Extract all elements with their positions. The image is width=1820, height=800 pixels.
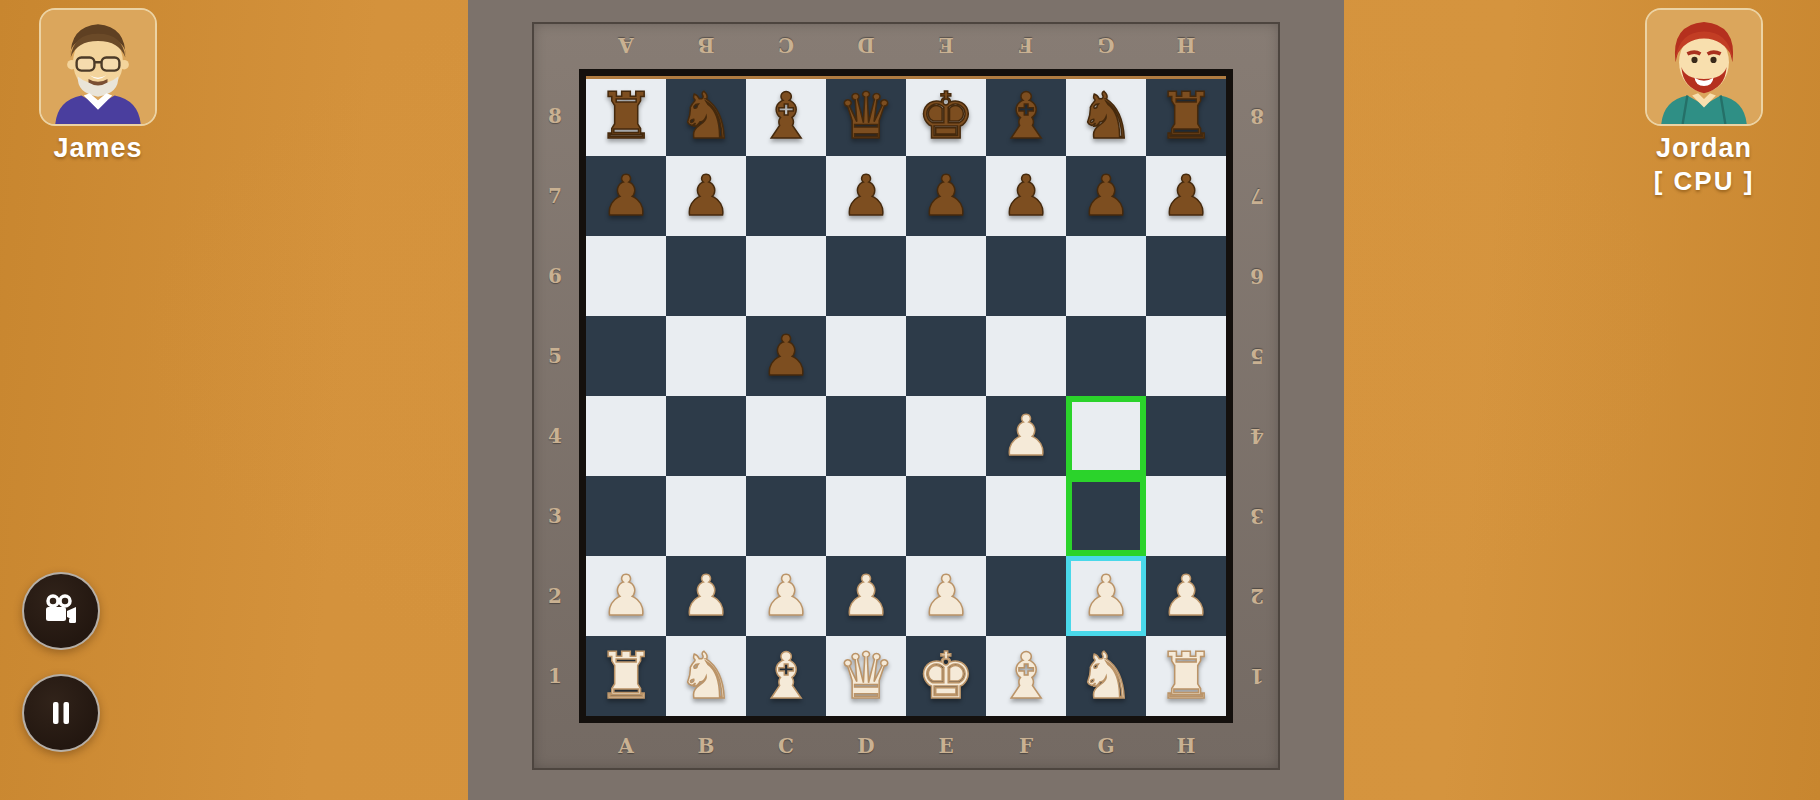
square-c3[interactable] — [746, 476, 826, 556]
square-d7[interactable]: ♟ — [826, 156, 906, 236]
piece-black-pawn: ♟ — [1081, 157, 1131, 235]
board-frame: ♜♞♝♛♚♝♞♜♟♟♟♟♟♟♟♟♟♟♟♟♟♟♟♟♜♞♝♛♚♝♞♜ AABBCCD… — [468, 0, 1344, 800]
piece-black-pawn: ♟ — [1161, 157, 1211, 235]
square-b8[interactable]: ♞ — [666, 76, 746, 156]
rank-label-left-3: 3 — [548, 504, 562, 528]
square-b6[interactable] — [666, 236, 746, 316]
rank-label-left-8: 8 — [548, 104, 562, 128]
square-b7[interactable]: ♟ — [666, 156, 746, 236]
rank-label-left-2: 2 — [548, 584, 562, 608]
square-f1[interactable]: ♝ — [986, 636, 1066, 716]
square-c7[interactable] — [746, 156, 826, 236]
file-label-bottom-C: C — [778, 734, 794, 758]
piece-white-pawn: ♟ — [841, 557, 891, 635]
square-h7[interactable]: ♟ — [1146, 156, 1226, 236]
square-g8[interactable]: ♞ — [1066, 76, 1146, 156]
rank-label-right-8: 8 — [1250, 104, 1264, 128]
square-f6[interactable] — [986, 236, 1066, 316]
piece-white-bishop: ♝ — [997, 637, 1054, 715]
square-g2[interactable]: ♟ — [1066, 556, 1146, 636]
rank-label-left-5: 5 — [548, 344, 562, 368]
square-g1[interactable]: ♞ — [1066, 636, 1146, 716]
movie-camera-icon — [42, 594, 80, 628]
piece-black-rook: ♜ — [1157, 77, 1214, 155]
square-h5[interactable] — [1146, 316, 1226, 396]
file-label-top-F: F — [1019, 33, 1033, 57]
file-label-top-H: H — [1177, 33, 1196, 57]
file-label-bottom-F: F — [1019, 734, 1033, 758]
square-d5[interactable] — [826, 316, 906, 396]
file-label-top-E: E — [938, 33, 953, 57]
file-label-top-B: B — [698, 33, 715, 57]
square-h6[interactable] — [1146, 236, 1226, 316]
square-d1[interactable]: ♛ — [826, 636, 906, 716]
board: ♜♞♝♛♚♝♞♜♟♟♟♟♟♟♟♟♟♟♟♟♟♟♟♟♜♞♝♛♚♝♞♜ — [586, 76, 1226, 716]
square-d3[interactable] — [826, 476, 906, 556]
piece-black-rook: ♜ — [597, 77, 654, 155]
piece-black-pawn: ♟ — [921, 157, 971, 235]
square-f4[interactable]: ♟ — [986, 396, 1066, 476]
file-label-bottom-B: B — [698, 734, 715, 758]
square-f2[interactable] — [986, 556, 1066, 636]
piece-white-pawn: ♟ — [921, 557, 971, 635]
file-label-top-A: A — [618, 33, 634, 57]
rank-label-right-7: 7 — [1250, 184, 1264, 208]
piece-white-king: ♚ — [917, 637, 974, 715]
square-c4[interactable] — [746, 396, 826, 476]
piece-black-bishop: ♝ — [997, 77, 1054, 155]
rank-label-right-1: 1 — [1250, 664, 1264, 688]
square-d8[interactable]: ♛ — [826, 76, 906, 156]
square-f3[interactable] — [986, 476, 1066, 556]
rank-label-left-1: 1 — [548, 664, 562, 688]
piece-black-pawn: ♟ — [601, 157, 651, 235]
jordan-avatar — [1645, 8, 1763, 126]
square-c1[interactable]: ♝ — [746, 636, 826, 716]
piece-black-king: ♚ — [917, 77, 974, 155]
piece-white-pawn: ♟ — [761, 557, 811, 635]
square-d4[interactable] — [826, 396, 906, 476]
piece-black-knight: ♞ — [1077, 77, 1134, 155]
square-g5[interactable] — [1066, 316, 1146, 396]
rank-label-left-7: 7 — [548, 184, 562, 208]
record-video-button[interactable] — [22, 572, 100, 650]
rank-label-right-2: 2 — [1250, 584, 1264, 608]
piece-white-knight: ♞ — [677, 637, 734, 715]
board-top-accent-line — [586, 76, 1226, 79]
square-b3[interactable] — [666, 476, 746, 556]
piece-white-queen: ♛ — [837, 637, 894, 715]
square-c5[interactable]: ♟ — [746, 316, 826, 396]
player-cpu-tag: [ CPU ] — [1634, 166, 1774, 197]
square-a8[interactable]: ♜ — [586, 76, 666, 156]
file-label-bottom-E: E — [938, 734, 953, 758]
square-g7[interactable]: ♟ — [1066, 156, 1146, 236]
player-panel-left: James — [28, 8, 168, 164]
square-h3[interactable] — [1146, 476, 1226, 556]
man-glasses-white-beard-avatar-icon — [41, 10, 155, 124]
square-f5[interactable] — [986, 316, 1066, 396]
piece-black-bishop: ♝ — [757, 77, 814, 155]
file-label-bottom-H: H — [1177, 734, 1196, 758]
file-label-top-D: D — [857, 33, 874, 57]
file-label-bottom-A: A — [618, 734, 634, 758]
square-h1[interactable]: ♜ — [1146, 636, 1226, 716]
file-label-bottom-G: G — [1097, 734, 1114, 758]
square-a1[interactable]: ♜ — [586, 636, 666, 716]
square-e3[interactable] — [906, 476, 986, 556]
man-red-beard-avatar-icon — [1647, 10, 1761, 124]
square-d2[interactable]: ♟ — [826, 556, 906, 636]
file-label-top-G: G — [1097, 33, 1114, 57]
piece-black-pawn: ♟ — [841, 157, 891, 235]
square-e5[interactable] — [906, 316, 986, 396]
square-e2[interactable]: ♟ — [906, 556, 986, 636]
square-c6[interactable] — [746, 236, 826, 316]
square-e6[interactable] — [906, 236, 986, 316]
square-a6[interactable] — [586, 236, 666, 316]
square-a7[interactable]: ♟ — [586, 156, 666, 236]
square-a4[interactable] — [586, 396, 666, 476]
square-g3[interactable] — [1066, 476, 1146, 556]
player-name-left: James — [28, 133, 168, 164]
square-b5[interactable] — [666, 316, 746, 396]
player-name-right: Jordan — [1634, 133, 1774, 164]
square-e1[interactable]: ♚ — [906, 636, 986, 716]
square-a2[interactable]: ♟ — [586, 556, 666, 636]
rank-label-right-3: 3 — [1250, 504, 1264, 528]
piece-white-pawn: ♟ — [681, 557, 731, 635]
square-b1[interactable]: ♞ — [666, 636, 746, 716]
square-e4[interactable] — [906, 396, 986, 476]
square-g4[interactable] — [1066, 396, 1146, 476]
rank-label-right-6: 6 — [1250, 264, 1264, 288]
james-avatar — [39, 8, 157, 126]
square-e8[interactable]: ♚ — [906, 76, 986, 156]
piece-black-pawn: ♟ — [681, 157, 731, 235]
board-border: ♜♞♝♛♚♝♞♜♟♟♟♟♟♟♟♟♟♟♟♟♟♟♟♟♜♞♝♛♚♝♞♜ — [579, 69, 1233, 723]
piece-white-pawn: ♟ — [1001, 397, 1051, 475]
square-h8[interactable]: ♜ — [1146, 76, 1226, 156]
square-a5[interactable] — [586, 316, 666, 396]
piece-black-knight: ♞ — [677, 77, 734, 155]
game-screen: James Jordan [ CPU ] — [0, 0, 1820, 800]
square-e7[interactable]: ♟ — [906, 156, 986, 236]
square-b4[interactable] — [666, 396, 746, 476]
piece-black-pawn: ♟ — [1001, 157, 1051, 235]
square-h2[interactable]: ♟ — [1146, 556, 1226, 636]
player-panel-right: Jordan [ CPU ] — [1634, 8, 1774, 197]
square-c8[interactable]: ♝ — [746, 76, 826, 156]
piece-white-pawn: ♟ — [1081, 557, 1131, 635]
square-a3[interactable] — [586, 476, 666, 556]
square-g6[interactable] — [1066, 236, 1146, 316]
square-f8[interactable]: ♝ — [986, 76, 1066, 156]
square-d6[interactable] — [826, 236, 906, 316]
pause-icon — [46, 698, 76, 728]
rank-label-right-4: 4 — [1250, 424, 1264, 448]
file-label-top-C: C — [778, 33, 794, 57]
piece-black-queen: ♛ — [837, 77, 894, 155]
square-b2[interactable]: ♟ — [666, 556, 746, 636]
piece-white-bishop: ♝ — [757, 637, 814, 715]
piece-white-knight: ♞ — [1077, 637, 1134, 715]
piece-black-pawn: ♟ — [761, 317, 811, 395]
piece-white-pawn: ♟ — [1161, 557, 1211, 635]
square-c2[interactable]: ♟ — [746, 556, 826, 636]
rank-label-left-6: 6 — [548, 264, 562, 288]
piece-white-rook: ♜ — [1157, 637, 1214, 715]
rank-label-right-5: 5 — [1250, 344, 1264, 368]
square-h4[interactable] — [1146, 396, 1226, 476]
square-f7[interactable]: ♟ — [986, 156, 1066, 236]
piece-white-pawn: ♟ — [601, 557, 651, 635]
rank-label-left-4: 4 — [548, 424, 562, 448]
piece-white-rook: ♜ — [597, 637, 654, 715]
pause-button[interactable] — [22, 674, 100, 752]
file-label-bottom-D: D — [857, 734, 874, 758]
